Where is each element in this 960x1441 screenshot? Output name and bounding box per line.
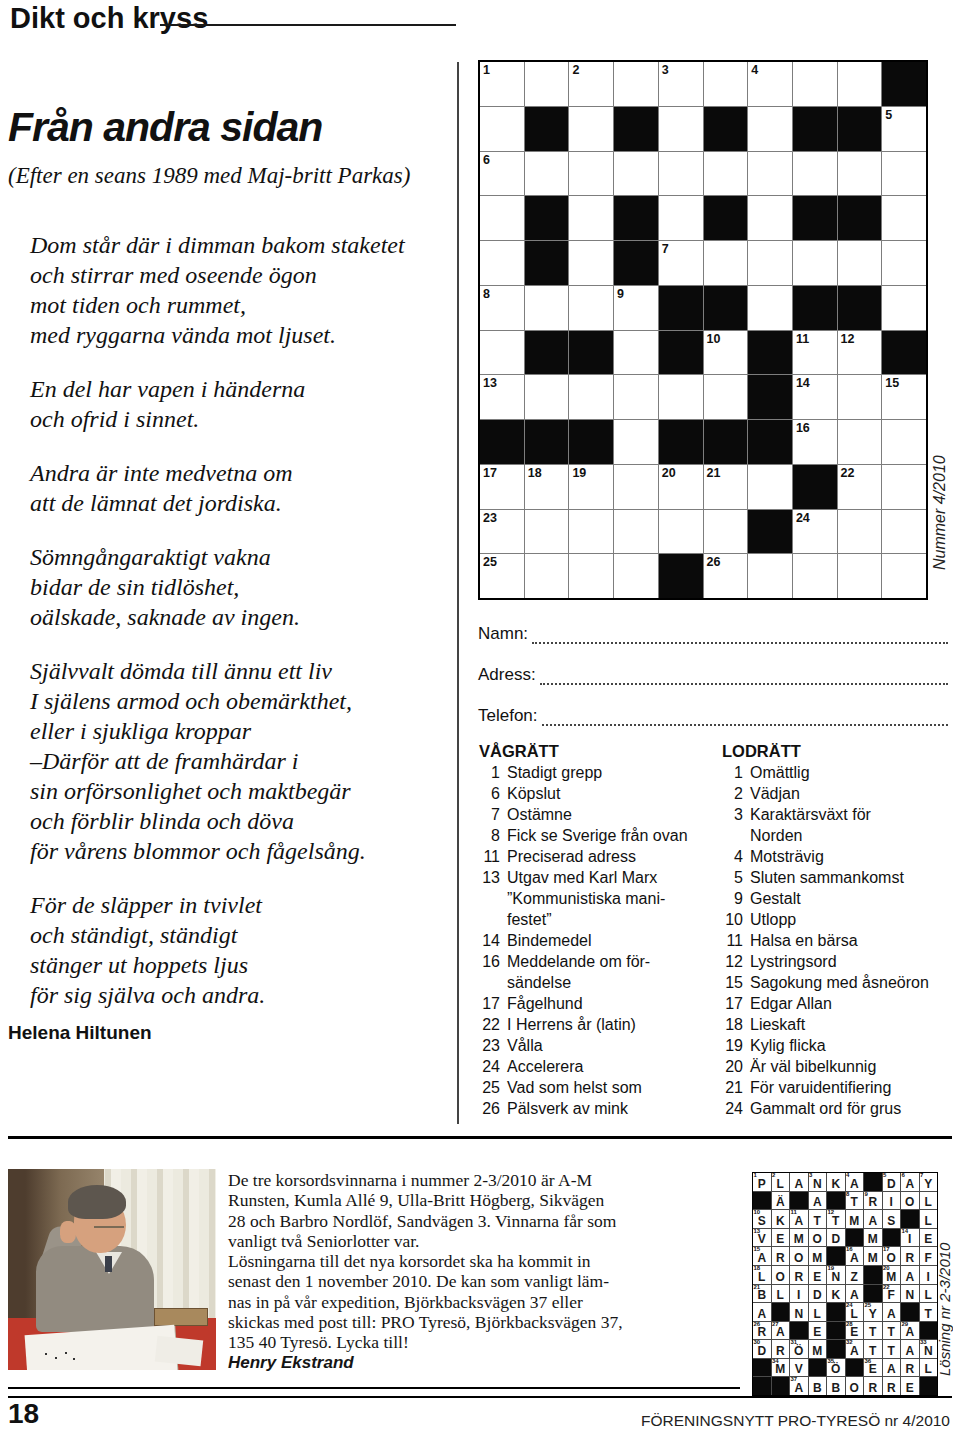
black-cell — [838, 107, 882, 151]
cell — [659, 196, 703, 240]
cell: 26R — [753, 1322, 771, 1340]
cell-letter: L — [925, 1195, 932, 1209]
black-cell — [753, 1377, 771, 1395]
poem-line: för vårens blommor och fågelsång. — [30, 836, 450, 866]
poem-stanza: Självvalt dömda till ännu ett livI själe… — [30, 656, 450, 866]
cell: 18 — [525, 465, 569, 509]
cell-number: 2 — [772, 1172, 775, 1178]
black-cell — [793, 286, 837, 330]
cell-number: 11 — [796, 332, 809, 346]
clue-text: Lystringsord — [750, 951, 954, 972]
cell-letter: T — [925, 1307, 932, 1321]
black-cell — [827, 1192, 845, 1210]
clue-number: 12 — [722, 951, 743, 972]
black-cell — [772, 1377, 790, 1395]
cell-number: 16 — [796, 421, 810, 435]
cell: 11 — [793, 331, 837, 375]
down-clues: LODRÄTT 1Omättlig2Vädjan3Karaktärsväxt f… — [722, 741, 954, 1119]
clue-row: 16Meddelande om för-sändelse — [479, 951, 721, 993]
winners-note-line: 28 och Barbro Nordlöf, Sandvägen 3. Vinn… — [228, 1211, 748, 1231]
cell-letter: I — [797, 1288, 800, 1302]
clue-row: 24Accelerera — [479, 1056, 721, 1077]
cell: T — [809, 1210, 827, 1228]
cell — [882, 465, 926, 509]
cell: O — [901, 1192, 919, 1210]
clue-number: 1 — [479, 762, 500, 783]
cell: 11A — [790, 1210, 808, 1228]
black-cell — [901, 1210, 919, 1228]
cell: K — [772, 1210, 790, 1228]
cell-letter: L — [925, 1288, 932, 1302]
black-cell — [790, 1192, 808, 1210]
page-number: 18 — [8, 1398, 39, 1430]
poem-line: oälskade, saknade av ingen. — [30, 602, 450, 632]
cell-letter: O — [794, 1251, 803, 1265]
clue-row: 1Omättlig — [722, 762, 954, 783]
poem-line: I själens armod och obemärkthet, — [30, 686, 450, 716]
cell: L — [920, 1192, 938, 1210]
cell: 23 — [480, 510, 524, 554]
cell-number: 31 — [791, 1339, 798, 1345]
cell: A — [901, 1266, 919, 1284]
cell: E — [901, 1377, 919, 1395]
cell: 28E — [846, 1322, 864, 1340]
clue-text: Kylig flicka — [750, 1035, 954, 1056]
cell-letter: N — [924, 1344, 933, 1358]
entry-field-label: Adress: — [478, 665, 536, 685]
cell: K — [827, 1285, 845, 1303]
cell: 10 — [704, 331, 748, 375]
cell: R — [864, 1377, 882, 1395]
black-cell — [864, 1173, 882, 1191]
cell-letter: Ä — [776, 1195, 785, 1209]
poem-author: Helena Hiltunen — [8, 1022, 152, 1044]
footer-rule-upper — [8, 1387, 740, 1389]
cell-letter: Y — [869, 1307, 877, 1321]
cell-number: 7 — [662, 242, 669, 256]
cell — [748, 196, 792, 240]
clue-text: Fick se Sverige från ovan — [507, 825, 721, 846]
cell: 22 — [838, 465, 882, 509]
black-cell — [704, 107, 748, 151]
entry-field-line — [542, 706, 948, 726]
cell: E — [809, 1322, 827, 1340]
cell: L — [809, 1303, 827, 1321]
cell — [525, 510, 569, 554]
cell-letter: O — [850, 1381, 859, 1395]
black-cell — [827, 1322, 845, 1340]
cell-letter: D — [831, 1232, 840, 1246]
cell: 7 — [659, 241, 703, 285]
cell-letter: A — [850, 1251, 859, 1265]
cell-number: 5 — [883, 1172, 886, 1178]
issue-number-vertical-label: Nummer 4/2010 — [931, 445, 949, 580]
black-cell — [883, 1229, 901, 1247]
winners-note-line: nas in på vår expedition, Björkbacksväge… — [228, 1292, 748, 1312]
cell: 14I — [901, 1229, 919, 1247]
clue-text: Gammalt ord för grus — [750, 1098, 954, 1119]
cell-letter: E — [869, 1362, 877, 1376]
cell-number: 27 — [772, 1321, 779, 1327]
black-cell — [790, 1322, 808, 1340]
cell-number: 15 — [885, 376, 899, 390]
cell-number: 3 — [809, 1172, 812, 1178]
cell-letter: L — [814, 1307, 821, 1321]
cell-letter: T — [832, 1214, 839, 1228]
clue-row: 5Sluten sammankomst — [722, 867, 954, 888]
clue-row: 14Bindemedel — [479, 930, 721, 951]
cell-letter: R — [776, 1251, 785, 1265]
photo-wooden-box — [154, 1308, 208, 1326]
cell — [525, 375, 569, 419]
cell-number: 35 — [828, 1358, 835, 1364]
bottom-section-top-rule — [8, 1136, 952, 1139]
clue-number: 19 — [722, 1035, 743, 1056]
cell: D — [809, 1285, 827, 1303]
cell-letter: L — [777, 1177, 784, 1191]
black-cell — [827, 1340, 845, 1358]
cell — [569, 286, 613, 330]
cell-letter: R — [757, 1325, 766, 1339]
cell — [569, 510, 613, 554]
cell: 13V — [753, 1229, 771, 1247]
cell-number: 29 — [902, 1321, 909, 1327]
cell-letter: P — [758, 1177, 766, 1191]
cell — [704, 375, 748, 419]
clue-text: Meddelande om för-sändelse — [507, 951, 721, 993]
cell-number: 6 — [902, 1172, 905, 1178]
cell-letter: B — [757, 1288, 766, 1302]
cell: O — [790, 1247, 808, 1265]
cell-number: 26 — [754, 1321, 761, 1327]
cell-number: 19 — [828, 1265, 835, 1271]
poem-body: Dom står där i dimman bakom staketetoch … — [30, 230, 450, 1034]
clue-row: 3Karaktärsväxt förNorden — [722, 804, 954, 846]
cell: N — [901, 1285, 919, 1303]
black-cell — [748, 420, 792, 464]
cell: A — [883, 1359, 901, 1377]
clue-number: 8 — [479, 825, 500, 846]
black-cell — [704, 420, 748, 464]
cell — [569, 107, 613, 151]
cell: M — [809, 1340, 827, 1358]
cell — [525, 62, 569, 106]
cell: 9 — [614, 286, 658, 330]
clue-row: 11Halsa en bärsa — [722, 930, 954, 951]
clue-row: 9Gestalt — [722, 888, 954, 909]
cell: D — [827, 1229, 845, 1247]
cell: 30D — [753, 1340, 771, 1358]
cell: E — [920, 1229, 938, 1247]
poem-line: Självvalt dömda till ännu ett liv — [30, 656, 450, 686]
cell — [569, 554, 613, 598]
clue-row: 11Preciserad adress — [479, 846, 721, 867]
cell: 21 — [704, 465, 748, 509]
photo-man-hair — [68, 1185, 126, 1219]
cell-number: 30 — [754, 1339, 761, 1345]
cell: 27A — [772, 1322, 790, 1340]
cell-number: 10 — [707, 332, 721, 346]
clue-row: 15Sagokung med åsneöron — [722, 972, 954, 993]
cell-letter: D — [887, 1177, 896, 1191]
black-cell — [827, 1303, 845, 1321]
cell-number: 17 — [483, 466, 497, 480]
winners-note-line: vanligt två Seniorlotter var. — [228, 1231, 748, 1251]
black-cell — [525, 241, 569, 285]
down-clue-list: 1Omättlig2Vädjan3Karaktärsväxt förNorden… — [722, 762, 954, 1119]
cell: R — [901, 1247, 919, 1265]
cell-number: 24 — [846, 1302, 853, 1308]
poem-title: Från andra sidan — [8, 104, 322, 151]
cell — [838, 375, 882, 419]
cell-letter: L — [758, 1270, 765, 1284]
clue-text: Omättlig — [750, 762, 954, 783]
black-cell — [838, 196, 882, 240]
cell — [838, 420, 882, 464]
poem-line: sin orförsonlighet och maktbegär — [30, 776, 450, 806]
cell: 17 — [480, 465, 524, 509]
cell — [793, 554, 837, 598]
cell-number: 34 — [772, 1358, 779, 1364]
cell: 5 — [882, 107, 926, 151]
cell: 2 — [569, 62, 613, 106]
cell-number: 8 — [846, 1191, 849, 1197]
black-cell — [525, 107, 569, 151]
cell: 3N — [809, 1173, 827, 1191]
clue-row: 13Utgav med Karl Marx”Kommunistiska mani… — [479, 867, 721, 930]
black-cell — [525, 196, 569, 240]
cell: 20M — [883, 1266, 901, 1284]
cell: 20 — [659, 465, 703, 509]
cell-letter: A — [905, 1344, 914, 1358]
poem-line: stänger ut hoppets ljus — [30, 950, 450, 980]
clue-text: Vad som helst som — [507, 1077, 721, 1098]
cell — [793, 62, 837, 106]
cell-letter: K — [831, 1288, 840, 1302]
cell-number: 5 — [885, 108, 892, 122]
clue-row: 1Stadigt grepp — [479, 762, 721, 783]
cell — [525, 554, 569, 598]
cell: 10S — [753, 1210, 771, 1228]
cell-number: 11 — [791, 1209, 797, 1215]
cell: 4A — [846, 1173, 864, 1191]
cell-number: 20 — [662, 466, 676, 480]
cell: 8T — [846, 1192, 864, 1210]
cell-number: 1 — [754, 1172, 757, 1178]
cell: 29A — [901, 1322, 919, 1340]
section-header: Dikt och kryss — [10, 2, 208, 35]
cell-letter: M — [812, 1344, 822, 1358]
poem-line: Dom står där i dimman bakom staketet — [30, 230, 450, 260]
black-cell — [480, 420, 524, 464]
cell: I — [883, 1192, 901, 1210]
clue-number: 23 — [479, 1035, 500, 1056]
cell: A — [883, 1303, 901, 1321]
cell-letter: T — [814, 1214, 821, 1228]
photo-paper-letters — [42, 1350, 82, 1364]
poem-stanza: För de släpper in tvivletoch ständigt, s… — [30, 890, 450, 1010]
cell-letter: F — [925, 1251, 932, 1265]
cell-number: 22 — [883, 1284, 890, 1290]
clue-row: 22I Herrens år (latin) — [479, 1014, 721, 1035]
section-header-rule — [160, 24, 456, 26]
cell — [480, 331, 524, 375]
cell: 16A — [846, 1247, 864, 1265]
cell: 15 — [882, 375, 926, 419]
clue-text: Är väl bibelkunnig — [750, 1056, 954, 1077]
cell — [659, 375, 703, 419]
cell-number: 36 — [865, 1358, 872, 1364]
cell-letter: O — [905, 1195, 914, 1209]
black-cell — [846, 1359, 864, 1377]
cell: 25Y — [864, 1303, 882, 1321]
solution-grid: 1P2LA3NK4A5D6A7YÄA8T9RIOL10SK11AT12TMASL… — [752, 1172, 938, 1396]
cell: E — [809, 1266, 827, 1284]
cell-number: 24 — [796, 511, 810, 525]
cell-letter: R — [794, 1270, 803, 1284]
clue-number: 24 — [479, 1056, 500, 1077]
cell-letter: E — [924, 1232, 932, 1246]
cell — [882, 196, 926, 240]
down-title: LODRÄTT — [722, 741, 954, 762]
clue-row: 21För varuidentifiering — [722, 1077, 954, 1098]
poem-line: för sig själva och andra. — [30, 980, 450, 1010]
cell: 9R — [864, 1192, 882, 1210]
cell-letter: A — [887, 1307, 896, 1321]
cell — [748, 554, 792, 598]
clue-text: Sluten sammankomst — [750, 867, 954, 888]
black-cell — [659, 554, 703, 598]
entry-field-line — [532, 624, 948, 644]
cell-letter: A — [905, 1325, 914, 1339]
clue-number: 16 — [479, 951, 500, 993]
cell: O — [809, 1229, 827, 1247]
cell: O — [772, 1266, 790, 1284]
clue-text: Stadigt grepp — [507, 762, 721, 783]
cell-letter: Z — [851, 1270, 858, 1284]
cell-letter: R — [868, 1195, 877, 1209]
clue-text: Accelerera — [507, 1056, 721, 1077]
cell: 37A — [790, 1377, 808, 1395]
cell-number: 8 — [483, 287, 490, 301]
cell: R — [790, 1266, 808, 1284]
cell-letter: A — [850, 1344, 859, 1358]
cell — [480, 107, 524, 151]
cell — [793, 241, 837, 285]
black-cell — [748, 510, 792, 554]
black-cell — [793, 196, 837, 240]
cell-letter: T — [869, 1325, 876, 1339]
cell: 36E — [864, 1359, 882, 1377]
clue-text: Utgav med Karl Marx”Kommunistiska mani-f… — [507, 867, 721, 930]
cell — [525, 152, 569, 196]
black-cell — [659, 331, 703, 375]
cell — [480, 241, 524, 285]
crossword-solver-photo — [8, 1169, 216, 1370]
cell: R — [772, 1247, 790, 1265]
cell-letter: O — [776, 1270, 785, 1284]
clue-row: 6Köpslut — [479, 783, 721, 804]
clue-number: 3 — [722, 804, 743, 846]
clue-number: 21 — [722, 1077, 743, 1098]
cell: 35Ö — [827, 1359, 845, 1377]
clue-text: Köpslut — [507, 783, 721, 804]
cell-letter: N — [813, 1177, 822, 1191]
black-cell — [748, 375, 792, 419]
cell: 34M — [772, 1359, 790, 1377]
cell: 19N — [827, 1266, 845, 1284]
clue-number: 20 — [722, 1056, 743, 1077]
cell — [748, 241, 792, 285]
entry-field-row: Namn: — [478, 620, 948, 644]
clue-row: 19Kylig flicka — [722, 1035, 954, 1056]
cell-letter: K — [831, 1177, 840, 1191]
across-clue-list: 1Stadigt grepp6Köpslut7Ostämne8Fick se S… — [479, 762, 721, 1119]
cell-number: 18 — [528, 466, 542, 480]
journal-footer: FÖRENINGSNYTT PRO-TYRESÖ nr 4/2010 — [641, 1412, 950, 1430]
cell-number: 21 — [754, 1284, 761, 1290]
entry-fields: Namn:Adress:Telefon: — [478, 620, 948, 743]
poem-line: För de släpper in tvivlet — [30, 890, 450, 920]
cell-number: 9 — [865, 1191, 868, 1197]
poem-line: och förblir blinda och döva — [30, 806, 450, 836]
clue-text: Pälsverk av mink — [507, 1098, 721, 1119]
black-cell — [772, 1303, 790, 1321]
cell: 6A — [901, 1173, 919, 1191]
cell — [882, 286, 926, 330]
cell: O — [846, 1377, 864, 1395]
clue-text: Sagokung med åsneöron — [750, 972, 954, 993]
cell-letter: E — [850, 1325, 858, 1339]
clue-text: Fågelhund — [507, 993, 721, 1014]
cell: T — [883, 1322, 901, 1340]
winners-note-line: 135 40 Tyresö. Lycka till! — [228, 1332, 748, 1352]
cell-letter: M — [868, 1251, 878, 1265]
cell-letter: D — [757, 1344, 766, 1358]
black-cell — [920, 1377, 938, 1395]
poem-line: En del har vapen i händerna — [30, 374, 450, 404]
entry-field-line — [540, 665, 948, 685]
cell: 14 — [793, 375, 837, 419]
cell-letter: M — [849, 1214, 859, 1228]
cell: 2L — [772, 1173, 790, 1191]
clue-text: Gestalt — [750, 888, 954, 909]
winners-note-line: Lösningarna till det nya korsordet ska h… — [228, 1251, 748, 1271]
cell-letter: B — [813, 1381, 822, 1395]
cell-letter: A — [794, 1177, 803, 1191]
cell — [569, 152, 613, 196]
cell: 17O — [883, 1247, 901, 1265]
cell — [614, 62, 658, 106]
cell-number: 6 — [483, 153, 490, 167]
cell: A — [846, 1285, 864, 1303]
cell: 26 — [704, 554, 748, 598]
cell: V — [790, 1359, 808, 1377]
poem-stanza: En del har vapen i händernaoch ofrid i s… — [30, 374, 450, 434]
black-cell — [793, 465, 837, 509]
cell: B — [827, 1377, 845, 1395]
cell-letter: Ö — [831, 1362, 840, 1376]
cell-letter: N — [831, 1270, 840, 1284]
black-cell — [569, 331, 613, 375]
poem-subtitle: (Efter en seans 1989 med Maj-britt Parka… — [8, 163, 410, 189]
clue-number: 1 — [722, 762, 743, 783]
cell-letter: A — [905, 1177, 914, 1191]
cell: A — [753, 1303, 771, 1321]
cell — [704, 241, 748, 285]
cell: F — [920, 1247, 938, 1265]
cell: E — [772, 1229, 790, 1247]
